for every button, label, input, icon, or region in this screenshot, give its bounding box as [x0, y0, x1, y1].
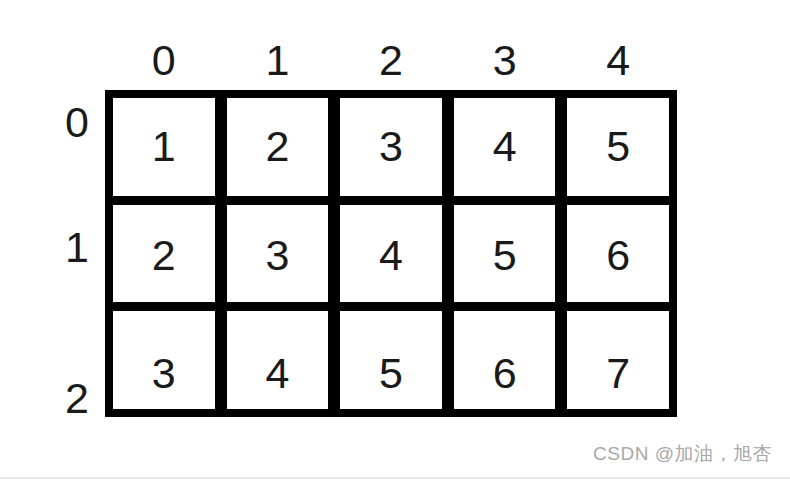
bottom-divider	[0, 477, 790, 479]
grid-cell-r2c0: 3	[113, 311, 215, 409]
grid-cell-r2c3: 6	[454, 311, 556, 409]
grid-cell-r0c1: 2	[227, 98, 329, 196]
col-header-0: 0	[113, 39, 215, 82]
grid-cell-r1c1: 3	[227, 205, 329, 303]
matrix-diagram: 0 1 2 3 4 0 1 2 1 2 3 4 5 2 3 4 5 6 3 4 …	[0, 0, 790, 481]
csdn-watermark: CSDN @加油，旭杏	[593, 441, 772, 467]
col-header-2: 2	[340, 39, 442, 82]
cell-value: 3	[152, 352, 176, 395]
col-header-1: 1	[227, 39, 329, 82]
cell-value: 5	[493, 234, 517, 277]
cell-value: 6	[493, 352, 517, 395]
cell-value: 2	[265, 125, 289, 168]
col-header-4: 4	[567, 39, 669, 82]
cell-value: 6	[606, 234, 630, 277]
grid-cell-r0c0: 1	[113, 98, 215, 196]
grid-cell-r0c2: 3	[340, 98, 442, 196]
col-header-3: 3	[454, 39, 556, 82]
cell-value: 5	[606, 125, 630, 168]
row-header-0: 0	[55, 101, 99, 144]
row-header-1: 1	[55, 226, 99, 269]
grid-cell-r0c4: 5	[567, 98, 669, 196]
cell-value: 1	[152, 125, 176, 168]
grid-cell-r2c2: 5	[340, 311, 442, 409]
cell-value: 3	[379, 125, 403, 168]
grid-cell-r2c4: 7	[567, 311, 669, 409]
cell-value: 2	[152, 234, 176, 277]
grid-cell-r0c3: 4	[454, 98, 556, 196]
grid-cell-r1c0: 2	[113, 205, 215, 303]
cell-value: 4	[265, 352, 289, 395]
row-header-2: 2	[55, 377, 99, 420]
grid-cell-r2c1: 4	[227, 311, 329, 409]
cell-value: 3	[265, 234, 289, 277]
cell-value: 5	[379, 352, 403, 395]
cell-value: 7	[606, 352, 630, 395]
cell-value: 4	[493, 125, 517, 168]
grid-board: 1 2 3 4 5 2 3 4 5 6 3 4 5 6 7	[105, 90, 677, 417]
grid-cell-r1c2: 4	[340, 205, 442, 303]
cell-value: 4	[379, 234, 403, 277]
grid-cell-r1c3: 5	[454, 205, 556, 303]
column-headers: 0 1 2 3 4	[105, 34, 677, 86]
grid-cell-r1c4: 6	[567, 205, 669, 303]
